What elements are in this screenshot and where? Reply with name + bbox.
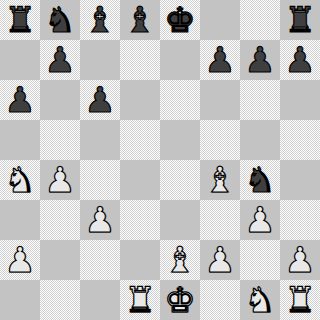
square-f2[interactable]: ♟	[200, 240, 240, 280]
square-f1[interactable]	[200, 280, 240, 320]
black-pawn-piece[interactable]: ♟	[4, 80, 35, 120]
square-b5[interactable]	[40, 120, 80, 160]
square-e2[interactable]: ♝	[160, 240, 200, 280]
square-c5[interactable]	[80, 120, 120, 160]
square-e5[interactable]	[160, 120, 200, 160]
square-b1[interactable]	[40, 280, 80, 320]
square-d1[interactable]: ♜	[120, 280, 160, 320]
white-knight-piece[interactable]: ♞	[4, 160, 35, 200]
square-e4[interactable]	[160, 160, 200, 200]
square-h5[interactable]	[280, 120, 320, 160]
square-d3[interactable]	[120, 200, 160, 240]
square-g1[interactable]: ♞	[240, 280, 280, 320]
square-h4[interactable]	[280, 160, 320, 200]
white-rook-piece[interactable]: ♜	[124, 280, 155, 320]
square-a5[interactable]	[0, 120, 40, 160]
square-a4[interactable]: ♞	[0, 160, 40, 200]
square-d2[interactable]	[120, 240, 160, 280]
square-h8[interactable]: ♜	[280, 0, 320, 40]
white-pawn-piece[interactable]: ♟	[244, 200, 275, 240]
white-bishop-piece[interactable]: ♝	[204, 160, 235, 200]
white-knight-piece[interactable]: ♞	[244, 280, 275, 320]
square-g3[interactable]: ♟	[240, 200, 280, 240]
square-b7[interactable]: ♟	[40, 40, 80, 80]
black-pawn-piece[interactable]: ♟	[84, 80, 115, 120]
white-pawn-piece[interactable]: ♟	[84, 200, 115, 240]
chess-board: ♜♞♝♝♚♜♟♟♟♟♟♟♞♟♝♞♟♟♟♝♟♟♜♚♞♜	[0, 0, 320, 320]
square-d5[interactable]	[120, 120, 160, 160]
black-bishop-piece[interactable]: ♝	[124, 0, 155, 40]
square-h2[interactable]: ♟	[280, 240, 320, 280]
square-b6[interactable]	[40, 80, 80, 120]
black-rook-piece[interactable]: ♜	[4, 0, 35, 40]
black-pawn-piece[interactable]: ♟	[284, 40, 315, 80]
square-b4[interactable]: ♟	[40, 160, 80, 200]
square-e1[interactable]: ♚	[160, 280, 200, 320]
square-f4[interactable]: ♝	[200, 160, 240, 200]
black-rook-piece[interactable]: ♜	[284, 0, 315, 40]
square-f3[interactable]	[200, 200, 240, 240]
square-g4[interactable]: ♞	[240, 160, 280, 200]
square-g7[interactable]: ♟	[240, 40, 280, 80]
square-e6[interactable]	[160, 80, 200, 120]
square-a1[interactable]	[0, 280, 40, 320]
black-pawn-piece[interactable]: ♟	[44, 40, 75, 80]
square-f7[interactable]: ♟	[200, 40, 240, 80]
white-bishop-piece[interactable]: ♝	[164, 240, 195, 280]
square-a6[interactable]: ♟	[0, 80, 40, 120]
square-c6[interactable]: ♟	[80, 80, 120, 120]
black-pawn-piece[interactable]: ♟	[204, 40, 235, 80]
square-c1[interactable]	[80, 280, 120, 320]
square-b3[interactable]	[40, 200, 80, 240]
square-c3[interactable]: ♟	[80, 200, 120, 240]
square-c4[interactable]	[80, 160, 120, 200]
white-pawn-piece[interactable]: ♟	[284, 240, 315, 280]
square-f8[interactable]	[200, 0, 240, 40]
square-h7[interactable]: ♟	[280, 40, 320, 80]
square-a7[interactable]	[0, 40, 40, 80]
square-b8[interactable]: ♞	[40, 0, 80, 40]
square-c8[interactable]: ♝	[80, 0, 120, 40]
square-f5[interactable]	[200, 120, 240, 160]
square-g2[interactable]	[240, 240, 280, 280]
black-pawn-piece[interactable]: ♟	[244, 40, 275, 80]
square-c7[interactable]	[80, 40, 120, 80]
square-h6[interactable]	[280, 80, 320, 120]
white-pawn-piece[interactable]: ♟	[44, 160, 75, 200]
black-knight-piece[interactable]: ♞	[44, 0, 75, 40]
black-bishop-piece[interactable]: ♝	[84, 0, 115, 40]
square-a2[interactable]: ♟	[0, 240, 40, 280]
square-a8[interactable]: ♜	[0, 0, 40, 40]
square-b2[interactable]	[40, 240, 80, 280]
square-e7[interactable]	[160, 40, 200, 80]
square-d7[interactable]	[120, 40, 160, 80]
square-d8[interactable]: ♝	[120, 0, 160, 40]
square-e3[interactable]	[160, 200, 200, 240]
white-pawn-piece[interactable]: ♟	[4, 240, 35, 280]
black-king-piece[interactable]: ♚	[164, 0, 195, 40]
white-king-piece[interactable]: ♚	[164, 280, 195, 320]
square-g8[interactable]	[240, 0, 280, 40]
square-h1[interactable]: ♜	[280, 280, 320, 320]
square-c2[interactable]	[80, 240, 120, 280]
square-e8[interactable]: ♚	[160, 0, 200, 40]
square-f6[interactable]	[200, 80, 240, 120]
black-knight-piece[interactable]: ♞	[244, 160, 275, 200]
white-rook-piece[interactable]: ♜	[284, 280, 315, 320]
square-d6[interactable]	[120, 80, 160, 120]
square-g6[interactable]	[240, 80, 280, 120]
square-a3[interactable]	[0, 200, 40, 240]
square-d4[interactable]	[120, 160, 160, 200]
square-g5[interactable]	[240, 120, 280, 160]
white-pawn-piece[interactable]: ♟	[204, 240, 235, 280]
square-h3[interactable]	[280, 200, 320, 240]
